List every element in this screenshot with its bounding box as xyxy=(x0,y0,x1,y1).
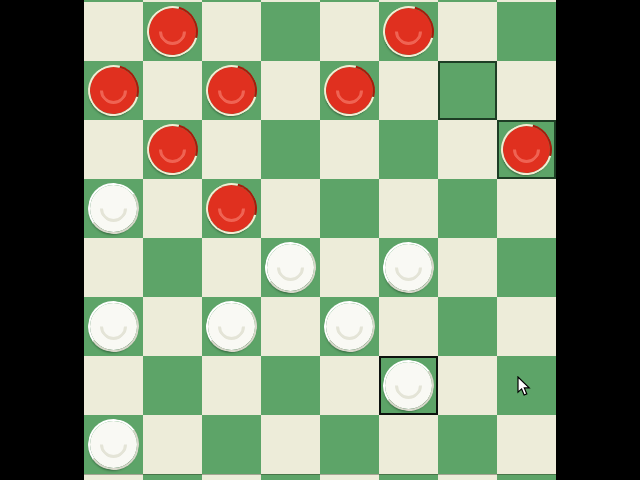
square-r3c1 xyxy=(143,179,202,238)
square-r0c5[interactable] xyxy=(379,2,438,61)
square-r4c6 xyxy=(438,238,497,297)
square-r4c7[interactable] xyxy=(497,238,556,297)
square-r3c6[interactable] xyxy=(438,179,497,238)
square-r2c6 xyxy=(438,120,497,179)
red-piece-r2c7[interactable] xyxy=(503,126,550,173)
red-piece-r1c2[interactable] xyxy=(208,67,255,114)
square-r5c3 xyxy=(261,297,320,356)
checkers-board xyxy=(84,0,556,480)
square-r2c1[interactable] xyxy=(143,120,202,179)
board-edge-sliver xyxy=(84,474,143,480)
white-piece-r4c3[interactable] xyxy=(267,244,314,291)
square-r2c2 xyxy=(202,120,261,179)
square-r5c6[interactable] xyxy=(438,297,497,356)
square-r7c6[interactable] xyxy=(438,415,497,474)
square-r3c5 xyxy=(379,179,438,238)
square-r6c2 xyxy=(202,356,261,415)
square-r1c0[interactable] xyxy=(84,61,143,120)
pillarbox-right xyxy=(556,0,640,480)
white-piece-r6c5[interactable] xyxy=(385,362,432,409)
square-r2c4 xyxy=(320,120,379,179)
square-r3c2[interactable] xyxy=(202,179,261,238)
square-r2c0 xyxy=(84,120,143,179)
white-piece-r7c0[interactable] xyxy=(90,421,137,468)
white-piece-r5c2[interactable] xyxy=(208,303,255,350)
square-r6c4 xyxy=(320,356,379,415)
square-r6c0 xyxy=(84,356,143,415)
square-r3c3 xyxy=(261,179,320,238)
square-r5c4[interactable] xyxy=(320,297,379,356)
square-r2c7[interactable] xyxy=(497,120,556,179)
red-piece-r2c1[interactable] xyxy=(149,126,196,173)
square-r7c2[interactable] xyxy=(202,415,261,474)
square-r6c5[interactable] xyxy=(379,356,438,415)
square-r6c3[interactable] xyxy=(261,356,320,415)
square-r2c5[interactable] xyxy=(379,120,438,179)
square-r5c5 xyxy=(379,297,438,356)
square-r7c1 xyxy=(143,415,202,474)
square-r4c1[interactable] xyxy=(143,238,202,297)
square-r6c1[interactable] xyxy=(143,356,202,415)
square-r1c7 xyxy=(497,61,556,120)
square-r7c3 xyxy=(261,415,320,474)
red-piece-r1c0[interactable] xyxy=(90,67,137,114)
board-edge-sliver xyxy=(379,474,438,480)
pillarbox-left xyxy=(0,0,84,480)
square-r5c7 xyxy=(497,297,556,356)
square-r0c3[interactable] xyxy=(261,2,320,61)
square-r1c5 xyxy=(379,61,438,120)
square-r4c5[interactable] xyxy=(379,238,438,297)
white-piece-r5c4[interactable] xyxy=(326,303,373,350)
red-piece-r3c2[interactable] xyxy=(208,185,255,232)
square-r7c5 xyxy=(379,415,438,474)
square-r1c2[interactable] xyxy=(202,61,261,120)
square-r2c3[interactable] xyxy=(261,120,320,179)
square-r7c0[interactable] xyxy=(84,415,143,474)
white-piece-r5c0[interactable] xyxy=(90,303,137,350)
square-r0c7[interactable] xyxy=(497,2,556,61)
square-r0c1[interactable] xyxy=(143,2,202,61)
white-piece-r4c5[interactable] xyxy=(385,244,432,291)
square-r5c2[interactable] xyxy=(202,297,261,356)
game-window xyxy=(0,0,640,480)
square-r4c0 xyxy=(84,238,143,297)
square-r1c4[interactable] xyxy=(320,61,379,120)
square-r7c7 xyxy=(497,415,556,474)
board-edge-sliver xyxy=(497,474,556,480)
board-edge-sliver xyxy=(320,474,379,480)
square-r5c1 xyxy=(143,297,202,356)
red-piece-r1c4[interactable] xyxy=(326,67,373,114)
square-r0c6 xyxy=(438,2,497,61)
square-r1c1 xyxy=(143,61,202,120)
square-r6c6 xyxy=(438,356,497,415)
red-piece-r0c1[interactable] xyxy=(149,8,196,55)
square-r0c0 xyxy=(84,2,143,61)
board-edge-sliver xyxy=(438,474,497,480)
board-edge-sliver xyxy=(143,474,202,480)
square-r1c6[interactable] xyxy=(438,61,497,120)
board-edge-sliver xyxy=(261,474,320,480)
red-piece-r0c5[interactable] xyxy=(385,8,432,55)
square-r3c4[interactable] xyxy=(320,179,379,238)
square-r4c4 xyxy=(320,238,379,297)
square-r0c4 xyxy=(320,2,379,61)
square-r3c0[interactable] xyxy=(84,179,143,238)
square-r5c0[interactable] xyxy=(84,297,143,356)
white-piece-r3c0[interactable] xyxy=(90,185,137,232)
square-r4c2 xyxy=(202,238,261,297)
square-r3c7 xyxy=(497,179,556,238)
square-r1c3 xyxy=(261,61,320,120)
square-r7c4[interactable] xyxy=(320,415,379,474)
square-r0c2 xyxy=(202,2,261,61)
square-r4c3[interactable] xyxy=(261,238,320,297)
square-r6c7[interactable] xyxy=(497,356,556,415)
board-edge-sliver xyxy=(202,474,261,480)
